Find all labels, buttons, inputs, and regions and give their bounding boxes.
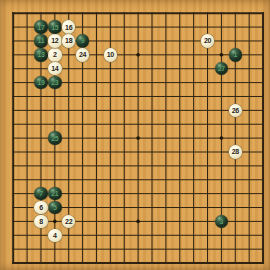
move-number: 6: [39, 204, 43, 211]
stone-black-25: 25: [48, 131, 61, 144]
move-number: 19: [37, 79, 44, 86]
move-number: 4: [53, 232, 57, 239]
move-number: 27: [218, 65, 225, 72]
stone-black-27: 27: [215, 62, 228, 75]
stone-black-13: 13: [34, 48, 47, 61]
go-board-grid[interactable]: 1234567891011121314151617181920212223242…: [6, 6, 270, 270]
move-number: 12: [51, 37, 58, 44]
move-number: 16: [65, 24, 72, 31]
move-number: 25: [51, 135, 58, 142]
stone-white-10: 10: [104, 48, 117, 61]
move-number: 24: [79, 51, 86, 58]
move-number: 7: [39, 190, 43, 197]
go-diagram: 1234567891011121314151617181920212223242…: [0, 0, 270, 270]
stone-black-21: 21: [48, 187, 61, 200]
move-number: 2: [53, 51, 57, 58]
move-number: 26: [232, 107, 239, 114]
move-number: 21: [51, 190, 58, 197]
move-number: 14: [51, 65, 58, 72]
stone-black-19: 19: [34, 76, 47, 89]
stone-white-22: 22: [62, 215, 75, 228]
stone-white-16: 16: [62, 20, 75, 33]
stone-white-6: 6: [34, 201, 47, 214]
stone-white-24: 24: [76, 48, 89, 61]
stone-black-11: 11: [34, 34, 47, 47]
stone-white-14: 14: [48, 62, 61, 75]
stone-black-5: 5: [48, 201, 61, 214]
move-number: 18: [65, 37, 72, 44]
stone-black-23: 23: [48, 76, 61, 89]
stone-white-28: 28: [229, 145, 242, 158]
stone-black-1: 1: [229, 48, 242, 61]
move-number: 11: [38, 37, 45, 44]
move-number: 9: [81, 37, 85, 44]
stone-black-15: 15: [48, 20, 61, 33]
stone-black-17: 17: [34, 20, 47, 33]
move-number: 23: [51, 79, 58, 86]
move-number: 8: [39, 218, 43, 225]
move-number: 15: [51, 24, 58, 31]
move-number: 20: [204, 37, 211, 44]
stone-black-3: 3: [215, 215, 228, 228]
stone-white-8: 8: [34, 215, 47, 228]
stone-black-9: 9: [76, 34, 89, 47]
stone-white-2: 2: [48, 48, 61, 61]
stone-white-20: 20: [201, 34, 214, 47]
stone-white-26: 26: [229, 104, 242, 117]
stone-white-12: 12: [48, 34, 61, 47]
move-number: 3: [220, 218, 224, 225]
move-number: 1: [233, 51, 237, 58]
move-number: 28: [232, 148, 239, 155]
move-number: 13: [37, 51, 44, 58]
move-number: 5: [53, 204, 57, 211]
stone-black-7: 7: [34, 187, 47, 200]
move-number: 22: [65, 218, 72, 225]
move-number: 10: [107, 51, 114, 58]
stone-white-18: 18: [62, 34, 75, 47]
stone-white-4: 4: [48, 229, 61, 242]
move-number: 17: [37, 24, 44, 31]
